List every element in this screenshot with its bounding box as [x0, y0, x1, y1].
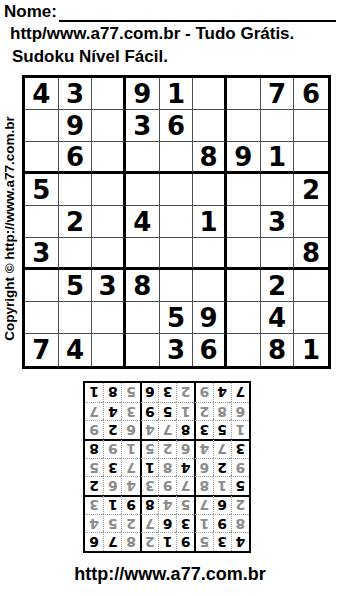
solution-cell-r2c1: 8 — [231, 514, 249, 533]
solution-cell-r3c2: 6 — [213, 495, 231, 514]
solution-cell-r4c1: 5 — [231, 476, 249, 495]
sudoku-cell-r6c3[interactable] — [92, 238, 126, 270]
sudoku-cell-r3c1[interactable] — [25, 142, 59, 174]
solution-cell-r9c6: 6 — [140, 383, 158, 402]
solution-cell-r4c8: 6 — [103, 476, 121, 495]
sudoku-cell-r4c8[interactable] — [261, 174, 295, 206]
solution-cell-r2c6: 7 — [140, 514, 158, 533]
solution-cell-r2c8: 5 — [103, 514, 121, 533]
solution-cell-r4c3: 8 — [194, 476, 212, 495]
sudoku-cell-r5c4: 4 — [126, 206, 160, 238]
sudoku-cell-r3c2: 6 — [59, 142, 93, 174]
solution-cell-r3c8: 1 — [103, 495, 121, 514]
sudoku-cell-r5c2: 2 — [59, 206, 93, 238]
page-subtitle: Sudoku Nível Fácil. — [12, 47, 168, 67]
sudoku-cell-r8c6: 9 — [193, 302, 227, 334]
solution-cell-r2c3: 1 — [194, 514, 212, 533]
sudoku-cell-r4c5[interactable] — [160, 174, 194, 206]
solution-cell-r5c5: 8 — [158, 458, 176, 477]
sudoku-cell-r4c9: 2 — [294, 174, 328, 206]
sudoku-cell-r5c1[interactable] — [25, 206, 59, 238]
solution-cell-r8c1: 6 — [231, 402, 249, 421]
sudoku-cell-r8c8: 4 — [261, 302, 295, 334]
sudoku-cell-r9c7[interactable] — [227, 334, 261, 366]
footer-url: http://www.a77.com.br — [0, 564, 340, 585]
sudoku-cell-r1c3[interactable] — [92, 78, 126, 110]
solution-cell-r2c2: 9 — [213, 514, 231, 533]
sudoku-cell-r9c9: 1 — [294, 334, 328, 366]
main-sudoku-grid: 4391769366891522413385382594743681 — [22, 75, 331, 369]
sudoku-cell-r2c6[interactable] — [193, 110, 227, 142]
solution-cell-r1c3: 5 — [194, 532, 212, 551]
sudoku-cell-r4c2[interactable] — [59, 174, 93, 206]
solution-cell-r1c1: 4 — [231, 532, 249, 551]
solution-cell-r5c9: 5 — [85, 458, 103, 477]
solution-cell-r8c4: 1 — [176, 402, 194, 421]
solution-cell-r2c7: 2 — [121, 514, 139, 533]
sudoku-cell-r9c6: 6 — [193, 334, 227, 366]
sudoku-cell-r3c4[interactable] — [126, 142, 160, 174]
solution-cell-r5c7: 7 — [121, 458, 139, 477]
solution-cell-r5c4: 4 — [176, 458, 194, 477]
sudoku-cell-r5c5[interactable] — [160, 206, 194, 238]
sudoku-cell-r6c1: 3 — [25, 238, 59, 270]
sudoku-cell-r1c6[interactable] — [193, 78, 227, 110]
sudoku-cell-r6c5[interactable] — [160, 238, 194, 270]
sudoku-cell-r8c9[interactable] — [294, 302, 328, 334]
solution-cell-r1c7: 8 — [121, 532, 139, 551]
sudoku-cell-r5c6: 1 — [193, 206, 227, 238]
sudoku-cell-r6c2[interactable] — [59, 238, 93, 270]
name-field[interactable] — [59, 4, 336, 22]
sudoku-cell-r2c2: 9 — [59, 110, 93, 142]
solution-cell-r6c2: 7 — [213, 439, 231, 458]
solution-cell-r4c5: 9 — [158, 476, 176, 495]
solution-cell-r7c1: 1 — [231, 420, 249, 439]
solution-cell-r2c4: 3 — [176, 514, 194, 533]
solution-cell-r8c8: 4 — [103, 402, 121, 421]
sudoku-cell-r2c5: 6 — [160, 110, 194, 142]
sudoku-cell-r4c1: 5 — [25, 174, 59, 206]
solution-cell-r7c4: 8 — [176, 420, 194, 439]
solution-cell-r5c1: 9 — [231, 458, 249, 477]
sudoku-cell-r7c8: 2 — [261, 270, 295, 302]
sudoku-cell-r7c1[interactable] — [25, 270, 59, 302]
solution-cell-r3c9: 3 — [85, 495, 103, 514]
solution-cell-r2c9: 4 — [85, 514, 103, 533]
sudoku-cell-r4c4[interactable] — [126, 174, 160, 206]
solution-cell-r6c9: 8 — [85, 439, 103, 458]
solution-cell-r1c8: 7 — [103, 532, 121, 551]
sudoku-cell-r1c1: 4 — [25, 78, 59, 110]
solution-cell-r6c6: 5 — [140, 439, 158, 458]
solution-cell-r6c8: 9 — [103, 439, 121, 458]
sudoku-cell-r2c1[interactable] — [25, 110, 59, 142]
sudoku-cell-r9c4[interactable] — [126, 334, 160, 366]
sudoku-cell-r6c6[interactable] — [193, 238, 227, 270]
solution-cell-r9c1: 7 — [231, 383, 249, 402]
solution-cell-r9c5: 3 — [158, 383, 176, 402]
solution-cell-r4c4: 7 — [176, 476, 194, 495]
sudoku-cell-r8c4[interactable] — [126, 302, 160, 334]
solution-cell-r7c6: 4 — [140, 420, 158, 439]
solution-cell-r3c3: 7 — [194, 495, 212, 514]
solution-cell-r3c5: 4 — [158, 495, 176, 514]
sudoku-cell-r7c9[interactable] — [294, 270, 328, 302]
solution-cell-r8c6: 9 — [140, 402, 158, 421]
solution-cell-r4c2: 1 — [213, 476, 231, 495]
sudoku-cell-r3c8: 1 — [261, 142, 295, 174]
solution-cell-r3c1: 2 — [231, 495, 249, 514]
solution-cell-r7c2: 5 — [213, 420, 231, 439]
solution-grid: 4359128768913672542675489135187934629264… — [83, 381, 251, 553]
sudoku-cell-r3c9[interactable] — [294, 142, 328, 174]
sudoku-cell-r9c1: 7 — [25, 334, 59, 366]
sudoku-cell-r6c9: 8 — [294, 238, 328, 270]
page-title: http/www.a77.com.br - Tudo Grátis. — [10, 24, 294, 44]
sudoku-cell-r8c3[interactable] — [92, 302, 126, 334]
name-row: Nome: — [4, 2, 336, 22]
sudoku-cell-r5c7[interactable] — [227, 206, 261, 238]
sudoku-cell-r3c3[interactable] — [92, 142, 126, 174]
solution-cell-r7c9: 9 — [85, 420, 103, 439]
solution-cell-r9c3: 9 — [194, 383, 212, 402]
solution-cell-r5c2: 2 — [213, 458, 231, 477]
solution-cell-r5c8: 3 — [103, 458, 121, 477]
sudoku-cell-r3c7: 9 — [227, 142, 261, 174]
solution-cell-r5c3: 6 — [194, 458, 212, 477]
solution-cell-r9c8: 8 — [103, 383, 121, 402]
copyright-text: Copyright © http://www.a77.com.br — [2, 83, 19, 375]
sudoku-cell-r9c5: 3 — [160, 334, 194, 366]
solution-cell-r7c3: 3 — [194, 420, 212, 439]
solution-cell-r9c2: 4 — [213, 383, 231, 402]
solution-cell-r8c7: 3 — [121, 402, 139, 421]
solution-cell-r1c5: 1 — [158, 532, 176, 551]
solution-cell-r8c3: 2 — [194, 402, 212, 421]
solution-cell-r8c9: 7 — [85, 402, 103, 421]
sudoku-cell-r2c4: 3 — [126, 110, 160, 142]
solution-cell-r1c4: 9 — [176, 532, 194, 551]
sudoku-cell-r3c5[interactable] — [160, 142, 194, 174]
sudoku-cell-r1c9: 6 — [294, 78, 328, 110]
sudoku-cell-r1c2: 3 — [59, 78, 93, 110]
solution-cell-r4c9: 2 — [85, 476, 103, 495]
solution-cell-r1c6: 2 — [140, 532, 158, 551]
sudoku-cell-r9c3[interactable] — [92, 334, 126, 366]
sudoku-cell-r9c2: 4 — [59, 334, 93, 366]
solution-cell-r3c4: 5 — [176, 495, 194, 514]
solution-cell-r4c6: 3 — [140, 476, 158, 495]
sudoku-cell-r2c8[interactable] — [261, 110, 295, 142]
sudoku-cell-r8c1[interactable] — [25, 302, 59, 334]
sudoku-cell-r3c6: 8 — [193, 142, 227, 174]
solution-cell-r9c4: 2 — [176, 383, 194, 402]
solution-cell-r3c7: 9 — [121, 495, 139, 514]
solution-cell-r6c3: 4 — [194, 439, 212, 458]
sudoku-cell-r7c6[interactable] — [193, 270, 227, 302]
sudoku-cell-r2c3[interactable] — [92, 110, 126, 142]
sudoku-cell-r7c7[interactable] — [227, 270, 261, 302]
sudoku-cell-r6c4[interactable] — [126, 238, 160, 270]
sudoku-cell-r8c2[interactable] — [59, 302, 93, 334]
solution-cell-r6c5: 2 — [158, 439, 176, 458]
name-label: Nome: — [4, 2, 57, 22]
sudoku-cell-r7c5[interactable] — [160, 270, 194, 302]
sudoku-cell-r4c7[interactable] — [227, 174, 261, 206]
sudoku-cell-r9c8: 8 — [261, 334, 295, 366]
sudoku-cell-r7c3: 3 — [92, 270, 126, 302]
solution-cell-r9c9: 1 — [85, 383, 103, 402]
sudoku-cell-r5c3[interactable] — [92, 206, 126, 238]
sudoku-cell-r1c7[interactable] — [227, 78, 261, 110]
solution-cell-r6c1: 3 — [231, 439, 249, 458]
solution-cell-r4c7: 4 — [121, 476, 139, 495]
sudoku-cell-r2c7[interactable] — [227, 110, 261, 142]
solution-cell-r7c5: 7 — [158, 420, 176, 439]
sudoku-cell-r8c7[interactable] — [227, 302, 261, 334]
solution-cell-r7c8: 2 — [103, 420, 121, 439]
solution-cell-r9c7: 5 — [121, 383, 139, 402]
sudoku-cell-r8c5: 5 — [160, 302, 194, 334]
sudoku-cell-r6c7[interactable] — [227, 238, 261, 270]
solution-cell-r2c5: 6 — [158, 514, 176, 533]
solution-cell-r1c9: 6 — [85, 532, 103, 551]
solution-cell-r8c5: 5 — [158, 402, 176, 421]
solution-cell-r8c2: 8 — [213, 402, 231, 421]
sudoku-cell-r7c2: 5 — [59, 270, 93, 302]
sudoku-cell-r4c3[interactable] — [92, 174, 126, 206]
solution-cell-r6c4: 6 — [176, 439, 194, 458]
solution-cell-r5c6: 1 — [140, 458, 158, 477]
sudoku-sheet: Nome: http/www.a77.com.br - Tudo Grátis.… — [0, 0, 340, 596]
solution-cell-r6c7: 1 — [121, 439, 139, 458]
sudoku-cell-r5c9[interactable] — [294, 206, 328, 238]
sudoku-cell-r5c8: 3 — [261, 206, 295, 238]
sudoku-cell-r1c4: 9 — [126, 78, 160, 110]
solution-cell-r3c6: 8 — [140, 495, 158, 514]
solution-cell-r7c7: 6 — [121, 420, 139, 439]
sudoku-cell-r4c6[interactable] — [193, 174, 227, 206]
solution-cell-r1c2: 3 — [213, 532, 231, 551]
sudoku-cell-r1c5: 1 — [160, 78, 194, 110]
sudoku-cell-r2c9[interactable] — [294, 110, 328, 142]
sudoku-cell-r6c8[interactable] — [261, 238, 295, 270]
sudoku-cell-r1c8: 7 — [261, 78, 295, 110]
sudoku-cell-r7c4: 8 — [126, 270, 160, 302]
